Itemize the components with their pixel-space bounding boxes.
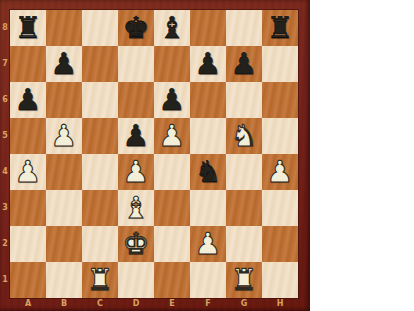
square-a8[interactable]: ♜ [10, 10, 46, 46]
square-e5[interactable]: ♟ [154, 118, 190, 154]
square-e1[interactable] [154, 262, 190, 298]
file-label-e: E [154, 299, 190, 309]
file-label-b: B [46, 299, 82, 309]
square-e7[interactable] [154, 46, 190, 82]
square-g5[interactable]: ♞ [226, 118, 262, 154]
screenshot-canvas: ♜♚♝♜♟♟♟♟♟♟♟♟♞♟♟♞♟♝♚♟♜♜ 87654321 ABCDEFGH [0, 0, 414, 311]
square-h8[interactable]: ♜ [262, 10, 298, 46]
piece-black-pawn-a6[interactable]: ♟ [10, 82, 46, 118]
square-d6[interactable] [118, 82, 154, 118]
square-b1[interactable] [46, 262, 82, 298]
piece-black-pawn-d5[interactable]: ♟ [118, 118, 154, 154]
square-f4[interactable]: ♞ [190, 154, 226, 190]
file-label-f: F [190, 299, 226, 309]
square-c7[interactable] [82, 46, 118, 82]
square-a5[interactable] [10, 118, 46, 154]
piece-black-rook-a8[interactable]: ♜ [10, 10, 46, 46]
piece-black-pawn-g7[interactable]: ♟ [226, 46, 262, 82]
square-f7[interactable]: ♟ [190, 46, 226, 82]
square-b6[interactable] [46, 82, 82, 118]
square-d5[interactable]: ♟ [118, 118, 154, 154]
piece-white-bishop-d3[interactable]: ♝ [118, 190, 154, 226]
piece-black-rook-h8[interactable]: ♜ [262, 10, 298, 46]
square-b4[interactable] [46, 154, 82, 190]
square-d1[interactable] [118, 262, 154, 298]
square-a6[interactable]: ♟ [10, 82, 46, 118]
square-c1[interactable]: ♜ [82, 262, 118, 298]
chess-board-frame: ♜♚♝♜♟♟♟♟♟♟♟♟♞♟♟♞♟♝♚♟♜♜ 87654321 ABCDEFGH [0, 0, 310, 311]
square-g4[interactable] [226, 154, 262, 190]
piece-white-king-d2[interactable]: ♚ [118, 226, 154, 262]
square-a7[interactable] [10, 46, 46, 82]
square-d4[interactable]: ♟ [118, 154, 154, 190]
piece-black-pawn-b7[interactable]: ♟ [46, 46, 82, 82]
square-a3[interactable] [10, 190, 46, 226]
file-label-a: A [10, 299, 46, 309]
file-label-h: H [262, 299, 298, 309]
piece-black-pawn-e6[interactable]: ♟ [154, 82, 190, 118]
square-h1[interactable] [262, 262, 298, 298]
square-d2[interactable]: ♚ [118, 226, 154, 262]
square-f2[interactable]: ♟ [190, 226, 226, 262]
rank-label-5: 5 [0, 131, 10, 141]
square-d8[interactable]: ♚ [118, 10, 154, 46]
square-f1[interactable] [190, 262, 226, 298]
square-f8[interactable] [190, 10, 226, 46]
piece-black-king-d8[interactable]: ♚ [118, 10, 154, 46]
square-b5[interactable]: ♟ [46, 118, 82, 154]
chess-board: ♜♚♝♜♟♟♟♟♟♟♟♟♞♟♟♞♟♝♚♟♜♜ [10, 10, 298, 298]
square-h6[interactable] [262, 82, 298, 118]
piece-white-pawn-a4[interactable]: ♟ [10, 154, 46, 190]
piece-white-pawn-e5[interactable]: ♟ [154, 118, 190, 154]
rank-label-4: 4 [0, 167, 10, 177]
square-c4[interactable] [82, 154, 118, 190]
square-g7[interactable]: ♟ [226, 46, 262, 82]
square-b3[interactable] [46, 190, 82, 226]
rank-label-7: 7 [0, 59, 10, 69]
square-h5[interactable] [262, 118, 298, 154]
piece-white-pawn-b5[interactable]: ♟ [46, 118, 82, 154]
piece-white-rook-g1[interactable]: ♜ [226, 262, 262, 298]
file-label-d: D [118, 299, 154, 309]
piece-black-knight-f4[interactable]: ♞ [190, 154, 226, 190]
square-e2[interactable] [154, 226, 190, 262]
square-b7[interactable]: ♟ [46, 46, 82, 82]
file-label-c: C [82, 299, 118, 309]
rank-label-6: 6 [0, 95, 10, 105]
square-g2[interactable] [226, 226, 262, 262]
square-g1[interactable]: ♜ [226, 262, 262, 298]
square-e4[interactable] [154, 154, 190, 190]
square-c8[interactable] [82, 10, 118, 46]
square-e6[interactable]: ♟ [154, 82, 190, 118]
square-g3[interactable] [226, 190, 262, 226]
square-f3[interactable] [190, 190, 226, 226]
square-d7[interactable] [118, 46, 154, 82]
square-h4[interactable]: ♟ [262, 154, 298, 190]
square-b2[interactable] [46, 226, 82, 262]
square-e3[interactable] [154, 190, 190, 226]
square-e8[interactable]: ♝ [154, 10, 190, 46]
piece-black-pawn-f7[interactable]: ♟ [190, 46, 226, 82]
square-h2[interactable] [262, 226, 298, 262]
square-c3[interactable] [82, 190, 118, 226]
piece-white-rook-c1[interactable]: ♜ [82, 262, 118, 298]
square-b8[interactable] [46, 10, 82, 46]
square-a2[interactable] [10, 226, 46, 262]
square-a4[interactable]: ♟ [10, 154, 46, 190]
piece-white-pawn-d4[interactable]: ♟ [118, 154, 154, 190]
square-c5[interactable] [82, 118, 118, 154]
file-label-g: G [226, 299, 262, 309]
rank-label-3: 3 [0, 203, 10, 213]
piece-white-knight-g5[interactable]: ♞ [226, 118, 262, 154]
square-h7[interactable] [262, 46, 298, 82]
rank-label-1: 1 [0, 275, 10, 285]
square-a1[interactable] [10, 262, 46, 298]
piece-black-bishop-e8[interactable]: ♝ [154, 10, 190, 46]
square-f5[interactable] [190, 118, 226, 154]
piece-white-pawn-h4[interactable]: ♟ [262, 154, 298, 190]
piece-white-pawn-f2[interactable]: ♟ [190, 226, 226, 262]
square-c6[interactable] [82, 82, 118, 118]
square-g8[interactable] [226, 10, 262, 46]
square-g6[interactable] [226, 82, 262, 118]
square-f6[interactable] [190, 82, 226, 118]
rank-label-2: 2 [0, 239, 10, 249]
square-h3[interactable] [262, 190, 298, 226]
square-c2[interactable] [82, 226, 118, 262]
rank-label-8: 8 [0, 23, 10, 33]
square-d3[interactable]: ♝ [118, 190, 154, 226]
